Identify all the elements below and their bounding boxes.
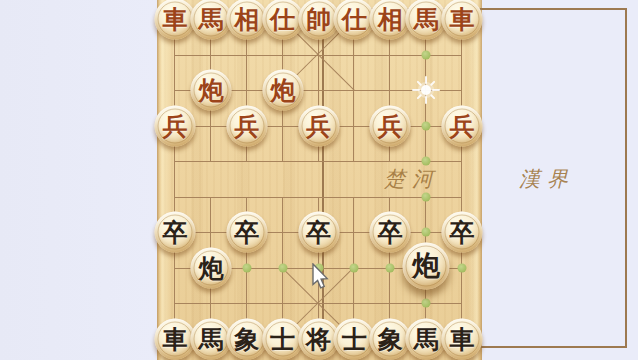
piece-character: 馬 xyxy=(414,7,439,32)
piece-character: 車 xyxy=(163,327,188,352)
piece-character: 炮 xyxy=(198,255,223,280)
piece-character: 帥 xyxy=(306,7,331,32)
move-target-dot[interactable] xyxy=(422,192,431,201)
move-target-dot[interactable] xyxy=(278,263,287,272)
piece-red-horse[interactable]: 馬 xyxy=(190,0,231,40)
piece-character: 卒 xyxy=(163,220,188,245)
move-target-dot[interactable] xyxy=(350,263,359,272)
game-window: 楚河 漢界 車馬相仕帥仕相馬車炮炮兵兵兵兵兵卒卒卒卒卒炮炮車馬象士将士象馬車 xyxy=(0,0,638,360)
piece-black-advisor[interactable]: 士 xyxy=(334,319,375,360)
river-label-right: 漢界 xyxy=(519,165,575,193)
piece-character: 炮 xyxy=(412,252,440,280)
move-target-dot[interactable] xyxy=(422,50,431,59)
piece-black-horse[interactable]: 馬 xyxy=(406,319,447,360)
piece-black-soldier[interactable]: 卒 xyxy=(155,212,196,253)
piece-character: 兵 xyxy=(378,113,403,138)
piece-character: 士 xyxy=(270,327,295,352)
piece-character: 卒 xyxy=(234,220,259,245)
piece-black-soldier[interactable]: 卒 xyxy=(298,212,339,253)
piece-red-soldier[interactable]: 兵 xyxy=(155,105,196,146)
piece-black-general[interactable]: 将 xyxy=(298,319,339,360)
piece-black-chariot[interactable]: 車 xyxy=(442,319,483,360)
mouse-cursor xyxy=(312,263,330,291)
left-side-panel xyxy=(0,0,157,360)
move-target-dot[interactable] xyxy=(422,121,431,130)
piece-black-soldier[interactable]: 卒 xyxy=(370,212,411,253)
piece-character: 士 xyxy=(342,327,367,352)
piece-red-general[interactable]: 帥 xyxy=(298,0,339,40)
piece-red-soldier[interactable]: 兵 xyxy=(370,105,411,146)
piece-character: 炮 xyxy=(270,78,295,103)
piece-black-cannon-selected[interactable]: 炮 xyxy=(403,242,450,289)
piece-black-cannon[interactable]: 炮 xyxy=(190,247,231,288)
piece-character: 相 xyxy=(378,7,403,32)
piece-red-soldier[interactable]: 兵 xyxy=(298,105,339,146)
move-target-dot[interactable] xyxy=(458,263,467,272)
move-target-dot[interactable] xyxy=(422,299,431,308)
piece-character: 車 xyxy=(450,327,475,352)
piece-character: 兵 xyxy=(450,113,475,138)
piece-character: 兵 xyxy=(306,113,331,138)
piece-red-horse[interactable]: 馬 xyxy=(406,0,447,40)
piece-character: 卒 xyxy=(450,220,475,245)
piece-black-elephant[interactable]: 象 xyxy=(370,319,411,360)
xiangqi-board[interactable]: 楚河 漢界 車馬相仕帥仕相馬車炮炮兵兵兵兵兵卒卒卒卒卒炮炮車馬象士将士象馬車 xyxy=(157,0,482,360)
piece-character: 仕 xyxy=(342,7,367,32)
piece-black-soldier[interactable]: 卒 xyxy=(226,212,267,253)
piece-character: 馬 xyxy=(198,327,223,352)
piece-red-elephant[interactable]: 相 xyxy=(226,0,267,40)
piece-red-soldier[interactable]: 兵 xyxy=(442,105,483,146)
piece-black-soldier[interactable]: 卒 xyxy=(442,212,483,253)
piece-character: 車 xyxy=(163,7,188,32)
piece-black-chariot[interactable]: 車 xyxy=(155,319,196,360)
piece-red-elephant[interactable]: 相 xyxy=(370,0,411,40)
piece-red-cannon[interactable]: 炮 xyxy=(190,70,231,111)
piece-character: 将 xyxy=(306,327,331,352)
piece-red-chariot[interactable]: 車 xyxy=(442,0,483,40)
piece-red-advisor[interactable]: 仕 xyxy=(262,0,303,40)
piece-character: 兵 xyxy=(234,113,259,138)
board-outer-border xyxy=(322,8,627,348)
move-target-dot[interactable] xyxy=(422,157,431,166)
piece-character: 兵 xyxy=(163,113,188,138)
piece-red-chariot[interactable]: 車 xyxy=(155,0,196,40)
piece-character: 馬 xyxy=(414,327,439,352)
piece-red-cannon[interactable]: 炮 xyxy=(262,70,303,111)
piece-character: 炮 xyxy=(198,78,223,103)
piece-character: 車 xyxy=(450,7,475,32)
piece-character: 相 xyxy=(234,7,259,32)
piece-character: 卒 xyxy=(378,220,403,245)
click-sparkle-effect xyxy=(411,75,441,105)
piece-black-advisor[interactable]: 士 xyxy=(262,319,303,360)
piece-black-elephant[interactable]: 象 xyxy=(226,319,267,360)
piece-red-soldier[interactable]: 兵 xyxy=(226,105,267,146)
move-target-dot[interactable] xyxy=(242,263,251,272)
piece-black-horse[interactable]: 馬 xyxy=(190,319,231,360)
piece-character: 仕 xyxy=(270,7,295,32)
piece-character: 卒 xyxy=(306,220,331,245)
move-target-dot[interactable] xyxy=(422,228,431,237)
piece-character: 象 xyxy=(378,327,403,352)
river-label-left: 楚河 xyxy=(384,165,440,193)
piece-red-advisor[interactable]: 仕 xyxy=(334,0,375,40)
move-target-dot[interactable] xyxy=(386,263,395,272)
piece-character: 象 xyxy=(234,327,259,352)
piece-character: 馬 xyxy=(198,7,223,32)
